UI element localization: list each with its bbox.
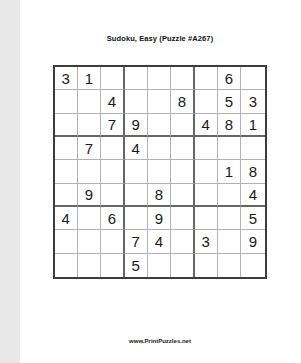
cell-r5c4[interactable] [125, 160, 148, 183]
cell-r7c3: 6 [101, 207, 124, 230]
cell-r1c6[interactable] [171, 67, 194, 90]
sudoku-board: 3164853794817418984469574395 [53, 65, 267, 279]
cell-r7c8[interactable] [218, 207, 241, 230]
cell-r7c6[interactable] [171, 207, 194, 230]
cell-r4c5[interactable] [148, 137, 171, 160]
cell-r6c3[interactable] [101, 184, 124, 207]
cell-r3c6[interactable] [171, 114, 194, 137]
cell-r4c3[interactable] [101, 137, 124, 160]
cell-r6c8[interactable] [218, 184, 241, 207]
cell-r3c4: 9 [125, 114, 148, 137]
cell-r4c8[interactable] [218, 137, 241, 160]
cell-r9c9[interactable] [241, 254, 264, 277]
footer-url: www.PrintPuzzles.net [20, 338, 301, 344]
cell-r2c7[interactable] [195, 90, 218, 113]
cell-r4c9[interactable] [241, 137, 264, 160]
cell-r6c1[interactable] [55, 184, 78, 207]
cell-r6c9: 4 [241, 184, 264, 207]
cell-r4c7[interactable] [195, 137, 218, 160]
cell-r8c3[interactable] [101, 230, 124, 253]
cell-r4c4: 4 [125, 137, 148, 160]
cell-r4c1[interactable] [55, 137, 78, 160]
cell-r6c7[interactable] [195, 184, 218, 207]
cell-r7c4[interactable] [125, 207, 148, 230]
cell-r9c5[interactable] [148, 254, 171, 277]
cell-r6c6[interactable] [171, 184, 194, 207]
cell-r8c2[interactable] [78, 230, 101, 253]
cell-r2c2[interactable] [78, 90, 101, 113]
cell-r5c3[interactable] [101, 160, 124, 183]
cell-r5c8: 1 [218, 160, 241, 183]
cell-r1c8: 6 [218, 67, 241, 90]
cell-r1c5[interactable] [148, 67, 171, 90]
cell-r2c1[interactable] [55, 90, 78, 113]
cell-r8c6[interactable] [171, 230, 194, 253]
cell-r9c3[interactable] [101, 254, 124, 277]
cell-r9c6[interactable] [171, 254, 194, 277]
cell-r8c9: 9 [241, 230, 264, 253]
cell-r1c4[interactable] [125, 67, 148, 90]
cell-r2c4[interactable] [125, 90, 148, 113]
cell-r8c4: 7 [125, 230, 148, 253]
cell-r3c3: 7 [101, 114, 124, 137]
cell-r7c1: 4 [55, 207, 78, 230]
cell-r1c9[interactable] [241, 67, 264, 90]
cell-r4c6[interactable] [171, 137, 194, 160]
cell-r8c5: 4 [148, 230, 171, 253]
cell-r7c2[interactable] [78, 207, 101, 230]
cell-r5c5[interactable] [148, 160, 171, 183]
cell-r5c6[interactable] [171, 160, 194, 183]
cell-r9c2[interactable] [78, 254, 101, 277]
cell-r6c2: 9 [78, 184, 101, 207]
cell-r2c9: 3 [241, 90, 264, 113]
cell-r7c9: 5 [241, 207, 264, 230]
cell-r3c8: 8 [218, 114, 241, 137]
cell-r9c4: 5 [125, 254, 148, 277]
cell-r1c3[interactable] [101, 67, 124, 90]
sudoku-page: Sudoku, Easy (Puzzle #A267) 316485379481… [20, 0, 301, 363]
cell-r3c7: 4 [195, 114, 218, 137]
cell-r1c1: 3 [55, 67, 78, 90]
cell-r8c1[interactable] [55, 230, 78, 253]
cell-r2c5[interactable] [148, 90, 171, 113]
cell-r2c8: 5 [218, 90, 241, 113]
cell-r5c2[interactable] [78, 160, 101, 183]
cell-r3c2[interactable] [78, 114, 101, 137]
cell-r2c6: 8 [171, 90, 194, 113]
cell-r8c7: 3 [195, 230, 218, 253]
cell-r9c8[interactable] [218, 254, 241, 277]
cell-r9c7[interactable] [195, 254, 218, 277]
cell-r1c2: 1 [78, 67, 101, 90]
page-title: Sudoku, Easy (Puzzle #A267) [20, 34, 301, 43]
cell-r5c9: 8 [241, 160, 264, 183]
cell-r8c8[interactable] [218, 230, 241, 253]
cell-r9c1[interactable] [55, 254, 78, 277]
cell-r5c1[interactable] [55, 160, 78, 183]
cell-r2c3: 4 [101, 90, 124, 113]
cell-r7c5: 9 [148, 207, 171, 230]
cell-r3c5[interactable] [148, 114, 171, 137]
cell-r1c7[interactable] [195, 67, 218, 90]
cell-r4c2: 7 [78, 137, 101, 160]
cell-r6c5: 8 [148, 184, 171, 207]
cell-r3c9: 1 [241, 114, 264, 137]
cell-r5c7[interactable] [195, 160, 218, 183]
cell-r3c1[interactable] [55, 114, 78, 137]
cell-r6c4[interactable] [125, 184, 148, 207]
cell-r7c7[interactable] [195, 207, 218, 230]
